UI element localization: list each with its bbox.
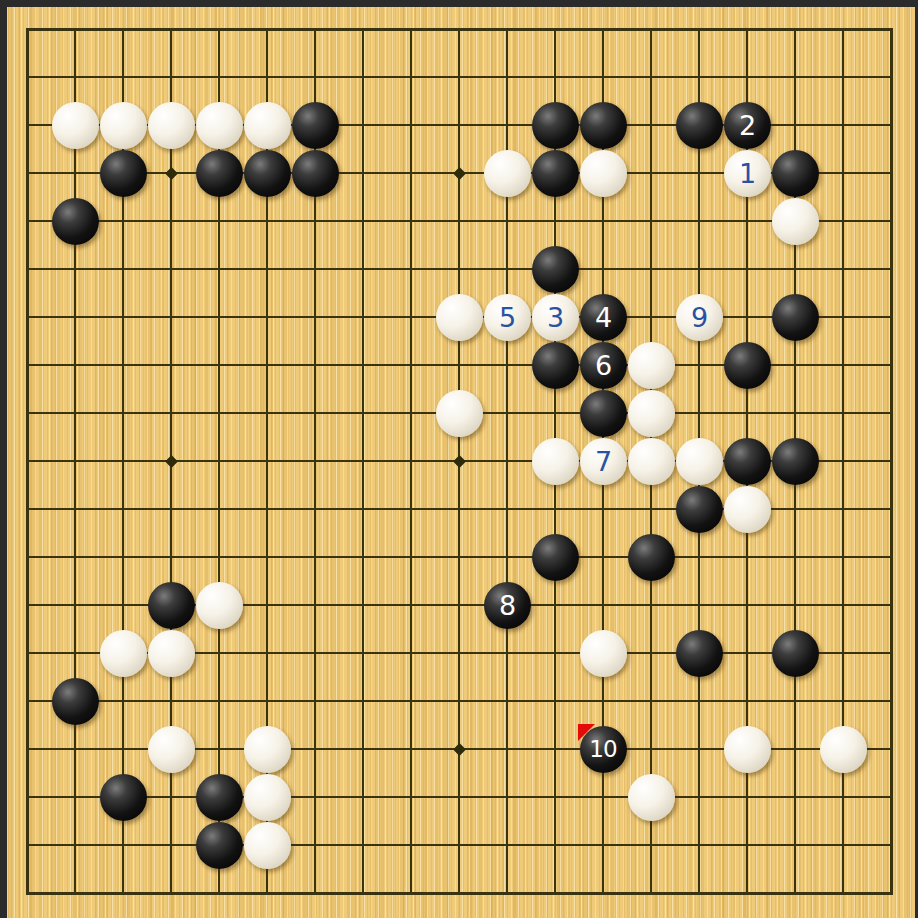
star-point [453, 743, 466, 756]
white-stone: 1 [724, 150, 771, 197]
black-stone [52, 678, 99, 725]
black-stone [724, 438, 771, 485]
white-stone [676, 438, 723, 485]
white-stone [148, 630, 195, 677]
grid-line-horizontal [26, 700, 893, 702]
black-stone [724, 342, 771, 389]
black-stone [100, 150, 147, 197]
black-stone [628, 534, 675, 581]
grid-line-vertical [890, 28, 893, 895]
black-stone [676, 486, 723, 533]
white-stone [436, 294, 483, 341]
white-stone [244, 774, 291, 821]
black-stone [772, 150, 819, 197]
grid-line-horizontal [26, 796, 893, 798]
star-point [165, 167, 178, 180]
black-stone: 10 [580, 726, 627, 773]
white-stone [724, 726, 771, 773]
white-stone [628, 438, 675, 485]
star-point [165, 455, 178, 468]
black-stone [244, 150, 291, 197]
move-number: 7 [595, 448, 611, 475]
white-stone: 5 [484, 294, 531, 341]
white-stone [436, 390, 483, 437]
move-number: 10 [589, 738, 616, 761]
move-number: 8 [499, 592, 515, 619]
white-stone [772, 198, 819, 245]
black-stone [100, 774, 147, 821]
white-stone [628, 390, 675, 437]
black-stone [52, 198, 99, 245]
move-number: 2 [739, 112, 755, 139]
black-stone [676, 102, 723, 149]
black-stone [292, 102, 339, 149]
black-stone [532, 342, 579, 389]
black-stone [676, 630, 723, 677]
white-stone [580, 150, 627, 197]
black-stone [772, 630, 819, 677]
black-stone [532, 534, 579, 581]
black-stone: 4 [580, 294, 627, 341]
black-stone [580, 102, 627, 149]
go-app-window: 21534967810 [0, 0, 918, 918]
white-stone [532, 438, 579, 485]
white-stone [196, 102, 243, 149]
white-stone [484, 150, 531, 197]
white-stone [580, 630, 627, 677]
black-stone: 2 [724, 102, 771, 149]
black-stone [532, 246, 579, 293]
grid-line-horizontal [26, 892, 893, 895]
black-stone [148, 582, 195, 629]
white-stone [628, 774, 675, 821]
black-stone [292, 150, 339, 197]
move-number: 3 [547, 304, 563, 331]
black-stone [196, 150, 243, 197]
black-stone [532, 150, 579, 197]
black-stone [772, 294, 819, 341]
move-number: 9 [691, 304, 707, 331]
black-stone [772, 438, 819, 485]
white-stone [100, 630, 147, 677]
move-number: 4 [595, 304, 611, 331]
black-stone [196, 774, 243, 821]
white-stone: 7 [580, 438, 627, 485]
move-number: 5 [499, 304, 515, 331]
white-stone [148, 726, 195, 773]
black-stone: 8 [484, 582, 531, 629]
star-point [453, 455, 466, 468]
grid-line-horizontal [26, 844, 893, 846]
go-board[interactable]: 21534967810 [0, 0, 918, 918]
white-stone [196, 582, 243, 629]
white-stone [244, 102, 291, 149]
white-stone [148, 102, 195, 149]
white-stone [724, 486, 771, 533]
move-number: 1 [739, 160, 755, 187]
white-stone: 3 [532, 294, 579, 341]
move-number: 6 [595, 352, 611, 379]
black-stone [532, 102, 579, 149]
white-stone [52, 102, 99, 149]
white-stone [100, 102, 147, 149]
star-point [453, 167, 466, 180]
white-stone: 9 [676, 294, 723, 341]
black-stone [580, 390, 627, 437]
white-stone [244, 822, 291, 869]
white-stone [628, 342, 675, 389]
black-stone: 6 [580, 342, 627, 389]
black-stone [196, 822, 243, 869]
white-stone [820, 726, 867, 773]
grid-line-horizontal [26, 556, 893, 558]
white-stone [244, 726, 291, 773]
